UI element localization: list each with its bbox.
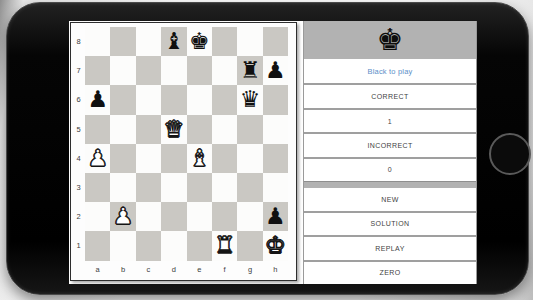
- square-a6[interactable]: ♟: [85, 85, 110, 114]
- square-a5[interactable]: [85, 115, 110, 144]
- square-b7[interactable]: [110, 56, 135, 85]
- white-bishop: ♝: [189, 147, 210, 170]
- file-label-h: h: [263, 261, 288, 278]
- puzzle-panel: ♚ Black to play CORRECT 1 INCORRECT 0 NE…: [303, 21, 477, 284]
- square-b5[interactable]: [110, 115, 135, 144]
- white-rook: ♜: [214, 234, 235, 257]
- turn-indicator-label: Black to play: [304, 59, 476, 83]
- white-pawn: ♟: [113, 205, 134, 228]
- square-c8[interactable]: [136, 27, 161, 56]
- square-d1[interactable]: [161, 231, 186, 260]
- square-f6[interactable]: [212, 85, 237, 114]
- square-e2[interactable]: [187, 202, 212, 231]
- black-pawn: ♟: [265, 205, 286, 228]
- square-h6[interactable]: [263, 85, 288, 114]
- black-bishop: ♝: [164, 30, 185, 53]
- square-f3[interactable]: [212, 173, 237, 202]
- incorrect-count: 0: [304, 157, 476, 181]
- square-d4[interactable]: [161, 144, 186, 173]
- square-c6[interactable]: [136, 85, 161, 114]
- home-button[interactable]: [489, 133, 531, 175]
- square-g8[interactable]: [237, 27, 262, 56]
- white-queen: ♛: [164, 118, 185, 141]
- rank-label-2: 2: [72, 202, 85, 231]
- chess-board-panel: 8♝♚7♜♟6♟♛5♛4♟♝32♟♟1♜♚abcdefgh: [70, 22, 297, 281]
- square-d8[interactable]: ♝: [161, 27, 186, 56]
- file-label-d: d: [161, 261, 186, 278]
- rank-label-1: 1: [72, 231, 85, 260]
- square-a3[interactable]: [85, 173, 110, 202]
- square-h4[interactable]: [263, 144, 288, 173]
- square-h7[interactable]: ♟: [263, 56, 288, 85]
- square-c1[interactable]: [136, 231, 161, 260]
- square-b8[interactable]: [110, 27, 135, 56]
- scene: 8♝♚7♜♟6♟♛5♛4♟♝32♟♟1♜♚abcdefgh ♚ Black to…: [0, 0, 533, 300]
- square-h5[interactable]: [263, 115, 288, 144]
- square-h1[interactable]: ♚: [263, 231, 288, 260]
- square-a4[interactable]: ♟: [85, 144, 110, 173]
- square-c2[interactable]: [136, 202, 161, 231]
- correct-button[interactable]: CORRECT: [304, 83, 476, 107]
- square-c4[interactable]: [136, 144, 161, 173]
- square-e7[interactable]: [187, 56, 212, 85]
- square-h8[interactable]: [263, 27, 288, 56]
- square-d2[interactable]: [161, 202, 186, 231]
- square-e1[interactable]: [187, 231, 212, 260]
- square-f1[interactable]: ♜: [212, 231, 237, 260]
- square-e6[interactable]: [187, 85, 212, 114]
- square-e5[interactable]: [187, 115, 212, 144]
- file-label-g: g: [237, 261, 262, 278]
- black-rook: ♜: [240, 59, 261, 82]
- rank-label-7: 7: [72, 56, 85, 85]
- square-g5[interactable]: [237, 115, 262, 144]
- square-g2[interactable]: [237, 202, 262, 231]
- square-g3[interactable]: [237, 173, 262, 202]
- white-pawn: ♟: [87, 147, 108, 170]
- square-h2[interactable]: ♟: [263, 202, 288, 231]
- rank-label-4: 4: [72, 144, 85, 173]
- square-d3[interactable]: [161, 173, 186, 202]
- square-d7[interactable]: [161, 56, 186, 85]
- square-f2[interactable]: [212, 202, 237, 231]
- square-d6[interactable]: [161, 85, 186, 114]
- replay-button[interactable]: REPLAY: [304, 235, 476, 259]
- square-b1[interactable]: [110, 231, 135, 260]
- square-a8[interactable]: [85, 27, 110, 56]
- rank-label-6: 6: [72, 85, 85, 114]
- square-g7[interactable]: ♜: [237, 56, 262, 85]
- square-f8[interactable]: [212, 27, 237, 56]
- square-g4[interactable]: [237, 144, 262, 173]
- square-f4[interactable]: [212, 144, 237, 173]
- rank-label-3: 3: [72, 173, 85, 202]
- square-a7[interactable]: [85, 56, 110, 85]
- panel-divider: [304, 181, 476, 188]
- square-b2[interactable]: ♟: [110, 202, 135, 231]
- square-d5[interactable]: ♛: [161, 115, 186, 144]
- turn-banner: ♚: [304, 21, 476, 59]
- square-e3[interactable]: [187, 173, 212, 202]
- rank-label-8: 8: [72, 27, 85, 56]
- square-a1[interactable]: [85, 231, 110, 260]
- square-e8[interactable]: ♚: [187, 27, 212, 56]
- file-label-c: c: [136, 261, 161, 278]
- file-label-a: a: [85, 261, 110, 278]
- zero-button[interactable]: ZERO: [304, 260, 476, 284]
- rank-label-5: 5: [72, 115, 85, 144]
- phone-frame: 8♝♚7♜♟6♟♛5♛4♟♝32♟♟1♜♚abcdefgh ♚ Black to…: [6, 2, 529, 295]
- square-e4[interactable]: ♝: [187, 144, 212, 173]
- solution-button[interactable]: SOLUTION: [304, 211, 476, 235]
- square-g6[interactable]: ♛: [237, 85, 262, 114]
- square-a2[interactable]: [85, 202, 110, 231]
- file-label-e: e: [187, 261, 212, 278]
- square-c7[interactable]: [136, 56, 161, 85]
- square-f5[interactable]: [212, 115, 237, 144]
- black-pawn: ♟: [87, 88, 108, 111]
- black-queen: ♛: [240, 88, 261, 111]
- new-button[interactable]: NEW: [304, 188, 476, 210]
- square-b3[interactable]: [110, 173, 135, 202]
- square-c3[interactable]: [136, 173, 161, 202]
- file-label-b: b: [110, 261, 135, 278]
- black-pawn: ♟: [265, 59, 286, 82]
- file-label-f: f: [212, 261, 237, 278]
- square-g1[interactable]: [237, 231, 262, 260]
- chess-board: 8♝♚7♜♟6♟♛5♛4♟♝32♟♟1♜♚abcdefgh: [72, 27, 288, 278]
- incorrect-button[interactable]: INCORRECT: [304, 132, 476, 156]
- square-f7[interactable]: [212, 56, 237, 85]
- black-king-icon: ♚: [377, 25, 404, 55]
- white-king: ♚: [265, 234, 286, 257]
- correct-count: 1: [304, 108, 476, 132]
- square-b6[interactable]: [110, 85, 135, 114]
- black-king: ♚: [189, 30, 210, 53]
- square-c5[interactable]: [136, 115, 161, 144]
- app-screen: 8♝♚7♜♟6♟♛5♛4♟♝32♟♟1♜♚abcdefgh ♚ Black to…: [69, 21, 477, 284]
- square-b4[interactable]: [110, 144, 135, 173]
- board-corner: [72, 261, 85, 278]
- square-h3[interactable]: [263, 173, 288, 202]
